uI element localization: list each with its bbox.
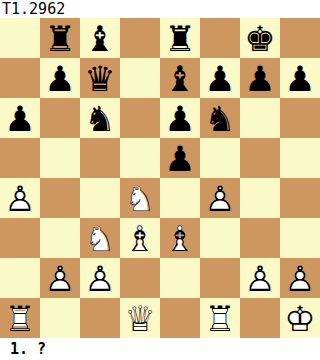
square-c2[interactable]: ♟♙ <box>80 258 120 298</box>
square-f7[interactable]: ♟ <box>200 58 240 98</box>
square-b7[interactable]: ♟ <box>40 58 80 98</box>
white-rook-fill: ♜ <box>0 298 40 338</box>
square-a2[interactable] <box>0 258 40 298</box>
square-d3[interactable]: ♝♗ <box>120 218 160 258</box>
black-pawn: ♟ <box>240 58 280 98</box>
square-d7[interactable] <box>120 58 160 98</box>
square-b4[interactable] <box>40 178 80 218</box>
square-h4[interactable] <box>280 178 320 218</box>
square-e2[interactable] <box>160 258 200 298</box>
white-pawn: ♙ <box>280 258 320 298</box>
square-g1[interactable] <box>240 298 280 338</box>
black-queen: ♛ <box>80 58 120 98</box>
black-pawn: ♟ <box>200 58 240 98</box>
square-c3[interactable]: ♞♘ <box>80 218 120 258</box>
square-f6[interactable]: ♞ <box>200 98 240 138</box>
black-rook: ♜ <box>160 18 200 58</box>
square-c8[interactable]: ♝ <box>80 18 120 58</box>
square-h7[interactable]: ♟ <box>280 58 320 98</box>
white-bishop: ♗ <box>120 218 160 258</box>
square-d8[interactable] <box>120 18 160 58</box>
white-queen: ♕ <box>120 298 160 338</box>
white-knight-fill: ♞ <box>80 218 120 258</box>
white-pawn-fill: ♟ <box>0 178 40 218</box>
square-b8[interactable]: ♜ <box>40 18 80 58</box>
square-e1[interactable] <box>160 298 200 338</box>
square-f8[interactable] <box>200 18 240 58</box>
square-e3[interactable]: ♝♗ <box>160 218 200 258</box>
white-rook: ♖ <box>0 298 40 338</box>
black-knight: ♞ <box>200 98 240 138</box>
square-b1[interactable] <box>40 298 80 338</box>
chess-puzzle-window: T1.2962 ♜♝♜♚♟♛♝♟♟♟♟♞♟♞♟♟♙♞♘♟♙♞♘♝♗♝♗♟♙♟♙♟… <box>0 0 320 360</box>
square-e5[interactable]: ♟ <box>160 138 200 178</box>
square-c4[interactable] <box>80 178 120 218</box>
square-g4[interactable] <box>240 178 280 218</box>
black-pawn: ♟ <box>160 98 200 138</box>
white-pawn-fill: ♟ <box>240 258 280 298</box>
square-c1[interactable] <box>80 298 120 338</box>
white-knight: ♘ <box>80 218 120 258</box>
square-g5[interactable] <box>240 138 280 178</box>
square-d6[interactable] <box>120 98 160 138</box>
square-a1[interactable]: ♜♖ <box>0 298 40 338</box>
square-g3[interactable] <box>240 218 280 258</box>
square-a5[interactable] <box>0 138 40 178</box>
move-prompt-label: 1. ? <box>0 338 320 360</box>
square-a4[interactable]: ♟♙ <box>0 178 40 218</box>
square-f3[interactable] <box>200 218 240 258</box>
white-king-fill: ♚ <box>280 298 320 338</box>
square-d4[interactable]: ♞♘ <box>120 178 160 218</box>
black-rook: ♜ <box>40 18 80 58</box>
square-f1[interactable]: ♜♖ <box>200 298 240 338</box>
square-e7[interactable]: ♝ <box>160 58 200 98</box>
white-queen-fill: ♛ <box>120 298 160 338</box>
square-h8[interactable] <box>280 18 320 58</box>
black-king: ♚ <box>240 18 280 58</box>
white-king: ♔ <box>280 298 320 338</box>
square-a7[interactable] <box>0 58 40 98</box>
black-pawn: ♟ <box>280 58 320 98</box>
square-h2[interactable]: ♟♙ <box>280 258 320 298</box>
square-h5[interactable] <box>280 138 320 178</box>
white-pawn: ♙ <box>200 178 240 218</box>
square-f2[interactable] <box>200 258 240 298</box>
square-a3[interactable] <box>0 218 40 258</box>
square-c6[interactable]: ♞ <box>80 98 120 138</box>
square-d5[interactable] <box>120 138 160 178</box>
square-g2[interactable]: ♟♙ <box>240 258 280 298</box>
white-bishop-fill: ♝ <box>160 218 200 258</box>
square-c7[interactable]: ♛ <box>80 58 120 98</box>
black-pawn: ♟ <box>40 58 80 98</box>
square-c5[interactable] <box>80 138 120 178</box>
white-rook-fill: ♜ <box>200 298 240 338</box>
square-b6[interactable] <box>40 98 80 138</box>
square-g8[interactable]: ♚ <box>240 18 280 58</box>
square-a6[interactable]: ♟ <box>0 98 40 138</box>
black-pawn: ♟ <box>160 138 200 178</box>
black-pawn: ♟ <box>0 98 40 138</box>
square-e8[interactable]: ♜ <box>160 18 200 58</box>
white-rook: ♖ <box>200 298 240 338</box>
square-e6[interactable]: ♟ <box>160 98 200 138</box>
square-d1[interactable]: ♛♕ <box>120 298 160 338</box>
square-h6[interactable] <box>280 98 320 138</box>
white-pawn-fill: ♟ <box>40 258 80 298</box>
square-h1[interactable]: ♚♔ <box>280 298 320 338</box>
white-bishop: ♗ <box>160 218 200 258</box>
white-pawn-fill: ♟ <box>200 178 240 218</box>
white-pawn: ♙ <box>80 258 120 298</box>
white-bishop-fill: ♝ <box>120 218 160 258</box>
white-pawn-fill: ♟ <box>80 258 120 298</box>
square-f5[interactable] <box>200 138 240 178</box>
white-pawn: ♙ <box>40 258 80 298</box>
white-pawn: ♙ <box>240 258 280 298</box>
square-d2[interactable] <box>120 258 160 298</box>
white-knight-fill: ♞ <box>120 178 160 218</box>
black-bishop: ♝ <box>80 18 120 58</box>
square-h3[interactable] <box>280 218 320 258</box>
square-b5[interactable] <box>40 138 80 178</box>
chess-board: ♜♝♜♚♟♛♝♟♟♟♟♞♟♞♟♟♙♞♘♟♙♞♘♝♗♝♗♟♙♟♙♟♙♟♙♜♖♛♕♜… <box>0 18 320 338</box>
white-pawn-fill: ♟ <box>280 258 320 298</box>
square-a8[interactable] <box>0 18 40 58</box>
square-b3[interactable] <box>40 218 80 258</box>
white-knight: ♘ <box>120 178 160 218</box>
square-b2[interactable]: ♟♙ <box>40 258 80 298</box>
square-e4[interactable] <box>160 178 200 218</box>
square-g7[interactable]: ♟ <box>240 58 280 98</box>
black-bishop: ♝ <box>160 58 200 98</box>
square-f4[interactable]: ♟♙ <box>200 178 240 218</box>
black-knight: ♞ <box>80 98 120 138</box>
puzzle-id-label: T1.2962 <box>0 0 320 18</box>
square-g6[interactable] <box>240 98 280 138</box>
white-pawn: ♙ <box>0 178 40 218</box>
